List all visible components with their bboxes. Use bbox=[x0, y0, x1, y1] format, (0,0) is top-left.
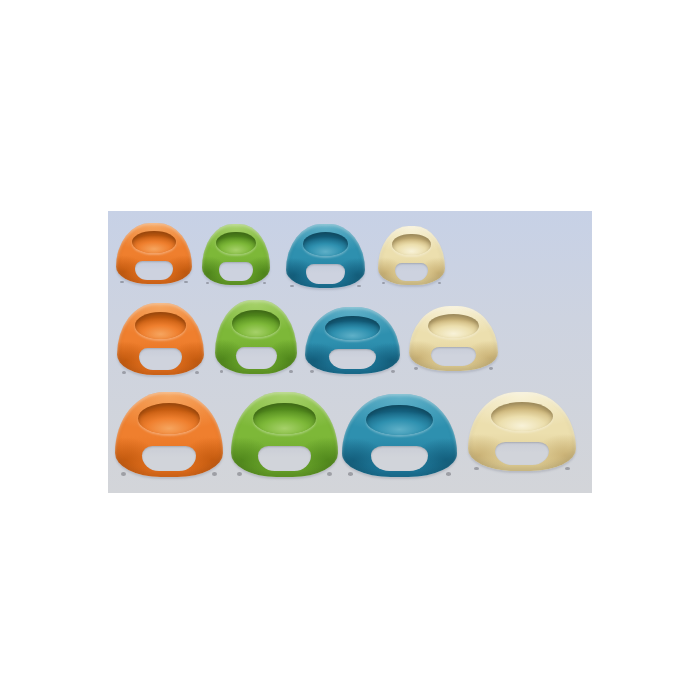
bowl-cavity bbox=[253, 403, 315, 434]
bowl-foot-left bbox=[474, 467, 479, 471]
bowl-cavity bbox=[135, 312, 185, 339]
bowl-handle-cutout bbox=[431, 347, 476, 367]
bowl-orange-medium bbox=[117, 303, 204, 375]
bowl-foot-right bbox=[565, 467, 570, 471]
bowl-handle-cutout bbox=[306, 264, 346, 283]
bowl-handle-cutout bbox=[142, 446, 196, 472]
bowl-green-medium bbox=[215, 300, 297, 374]
bowl-orange-large bbox=[115, 392, 223, 477]
bowl-foot-right bbox=[438, 282, 441, 285]
bowl-foot-right bbox=[489, 367, 493, 370]
bowl-foot-right bbox=[391, 370, 395, 373]
bowl-foot-right bbox=[289, 370, 293, 373]
bowl-cavity bbox=[303, 232, 349, 256]
bowl-orange-small bbox=[116, 223, 192, 284]
bowl-cream-small bbox=[378, 226, 445, 285]
bowl-handle-cutout bbox=[236, 347, 277, 369]
bowl-foot-right bbox=[184, 281, 187, 284]
bowl-foot-right bbox=[357, 285, 361, 288]
bowl-foot-left bbox=[382, 282, 385, 285]
bowl-foot-left bbox=[310, 370, 314, 373]
bowl-handle-cutout bbox=[139, 348, 183, 370]
bowl-foot-right bbox=[263, 282, 266, 285]
bowl-foot-left bbox=[220, 370, 224, 373]
bowl-foot-left bbox=[414, 367, 418, 370]
bowl-green-large bbox=[231, 392, 338, 477]
bowl-handle-cutout bbox=[135, 261, 173, 279]
bowl-handle-cutout bbox=[258, 446, 312, 472]
bowl-foot-right bbox=[327, 472, 332, 476]
bowl-handle-cutout bbox=[495, 442, 549, 466]
bowl-cream-medium bbox=[409, 306, 498, 371]
bowl-blue-large bbox=[342, 394, 457, 477]
bowl-foot-left bbox=[121, 472, 126, 476]
bowl-handle-cutout bbox=[395, 263, 429, 281]
bowl-foot-right bbox=[195, 371, 199, 374]
bowl-cavity bbox=[232, 310, 280, 337]
bowl-foot-left bbox=[120, 281, 123, 284]
bowl-foot-right bbox=[212, 472, 217, 476]
bowl-green-small bbox=[202, 224, 270, 285]
bowl-foot-left bbox=[206, 282, 209, 285]
bowl-foot-left bbox=[237, 472, 242, 476]
bowl-blue-medium bbox=[305, 307, 400, 374]
bowl-blue-small bbox=[286, 224, 365, 288]
bowl-foot-right bbox=[446, 472, 451, 476]
bowl-foot-left bbox=[290, 285, 294, 288]
product-photo bbox=[108, 211, 592, 493]
bowl-handle-cutout bbox=[329, 349, 377, 369]
bowl-cream-large bbox=[468, 392, 576, 471]
bowl-handle-cutout bbox=[219, 262, 253, 280]
bowl-foot-left bbox=[122, 371, 126, 374]
bowl-handle-cutout bbox=[371, 446, 429, 471]
bowl-foot-left bbox=[348, 472, 353, 476]
bowl-cavity bbox=[216, 232, 255, 255]
bowl-cavity bbox=[366, 405, 433, 436]
